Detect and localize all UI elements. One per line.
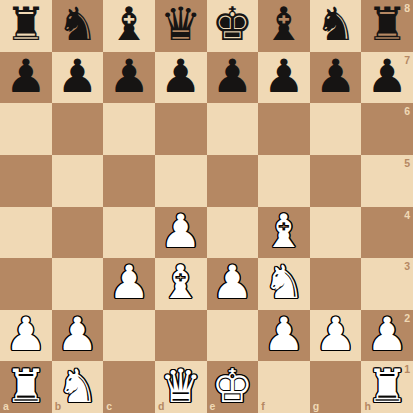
- piece-black-knight-icon[interactable]: ♞: [57, 0, 98, 50]
- rank-label-4: 4: [404, 209, 410, 221]
- piece-black-pawn-icon[interactable]: ♟: [57, 52, 98, 102]
- square-f8[interactable]: ♝: [258, 0, 310, 52]
- square-d3[interactable]: ♝: [155, 258, 207, 310]
- rank-label-3: 3: [404, 260, 410, 272]
- square-a3[interactable]: [0, 258, 52, 310]
- square-h7[interactable]: ♟7: [361, 52, 413, 104]
- square-g5[interactable]: [310, 155, 362, 207]
- piece-black-pawn-icon[interactable]: ♟: [5, 52, 46, 102]
- square-b2[interactable]: ♟: [52, 310, 104, 362]
- piece-white-pawn-icon[interactable]: ♟: [212, 258, 253, 308]
- square-a8[interactable]: ♜: [0, 0, 52, 52]
- square-c7[interactable]: ♟: [103, 52, 155, 104]
- piece-white-pawn-icon[interactable]: ♟: [263, 310, 304, 360]
- piece-black-rook-icon[interactable]: ♜: [5, 0, 46, 50]
- square-e3[interactable]: ♟: [207, 258, 259, 310]
- square-a7[interactable]: ♟: [0, 52, 52, 104]
- square-h6[interactable]: 6: [361, 103, 413, 155]
- square-d8[interactable]: ♛: [155, 0, 207, 52]
- piece-white-knight-icon[interactable]: ♞: [57, 361, 98, 411]
- piece-black-rook-icon[interactable]: ♜: [367, 0, 408, 50]
- piece-black-king-icon[interactable]: ♚: [212, 0, 253, 50]
- piece-white-pawn-icon[interactable]: ♟: [57, 310, 98, 360]
- square-d6[interactable]: [155, 103, 207, 155]
- square-c8[interactable]: ♝: [103, 0, 155, 52]
- square-a6[interactable]: [0, 103, 52, 155]
- square-f2[interactable]: ♟: [258, 310, 310, 362]
- square-b4[interactable]: [52, 207, 104, 259]
- chess-board: ♜♞♝♛♚♝♞♜8♟♟♟♟♟♟♟♟765♟♝4♟♝♟♞3♟♟♟♟♟2♜a♞bc♛…: [0, 0, 413, 413]
- piece-white-pawn-icon[interactable]: ♟: [315, 310, 356, 360]
- square-d7[interactable]: ♟: [155, 52, 207, 104]
- piece-white-rook-icon[interactable]: ♜: [5, 361, 46, 411]
- square-f7[interactable]: ♟: [258, 52, 310, 104]
- square-g1[interactable]: g: [310, 361, 362, 413]
- square-h1[interactable]: ♜1h: [361, 361, 413, 413]
- square-c1[interactable]: c: [103, 361, 155, 413]
- piece-white-pawn-icon[interactable]: ♟: [367, 310, 408, 360]
- square-g7[interactable]: ♟: [310, 52, 362, 104]
- square-e7[interactable]: ♟: [207, 52, 259, 104]
- square-a1[interactable]: ♜a: [0, 361, 52, 413]
- square-d5[interactable]: [155, 155, 207, 207]
- square-e6[interactable]: [207, 103, 259, 155]
- square-b1[interactable]: ♞b: [52, 361, 104, 413]
- piece-white-knight-icon[interactable]: ♞: [263, 258, 304, 308]
- piece-white-bishop-icon[interactable]: ♝: [263, 207, 304, 257]
- square-f5[interactable]: [258, 155, 310, 207]
- piece-black-pawn-icon[interactable]: ♟: [367, 52, 408, 102]
- piece-black-pawn-icon[interactable]: ♟: [315, 52, 356, 102]
- square-a2[interactable]: ♟: [0, 310, 52, 362]
- square-c6[interactable]: [103, 103, 155, 155]
- rank-label-5: 5: [404, 157, 410, 169]
- square-f1[interactable]: f: [258, 361, 310, 413]
- square-b8[interactable]: ♞: [52, 0, 104, 52]
- square-g3[interactable]: [310, 258, 362, 310]
- piece-black-queen-icon[interactable]: ♛: [160, 0, 201, 50]
- piece-white-king-icon[interactable]: ♚: [212, 361, 253, 411]
- piece-white-queen-icon[interactable]: ♛: [160, 361, 201, 411]
- piece-black-bishop-icon[interactable]: ♝: [263, 0, 304, 50]
- square-g8[interactable]: ♞: [310, 0, 362, 52]
- file-label-c: c: [106, 400, 112, 412]
- square-f3[interactable]: ♞: [258, 258, 310, 310]
- piece-black-pawn-icon[interactable]: ♟: [212, 52, 253, 102]
- square-e8[interactable]: ♚: [207, 0, 259, 52]
- file-label-g: g: [313, 400, 319, 412]
- square-c2[interactable]: [103, 310, 155, 362]
- file-label-f: f: [261, 400, 265, 412]
- square-g4[interactable]: [310, 207, 362, 259]
- square-c5[interactable]: [103, 155, 155, 207]
- piece-black-pawn-icon[interactable]: ♟: [263, 52, 304, 102]
- square-e5[interactable]: [207, 155, 259, 207]
- piece-black-knight-icon[interactable]: ♞: [315, 0, 356, 50]
- square-g6[interactable]: [310, 103, 362, 155]
- square-f4[interactable]: ♝: [258, 207, 310, 259]
- square-h2[interactable]: ♟2: [361, 310, 413, 362]
- square-b6[interactable]: [52, 103, 104, 155]
- rank-label-6: 6: [404, 105, 410, 117]
- piece-white-pawn-icon[interactable]: ♟: [108, 258, 149, 308]
- square-e1[interactable]: ♚e: [207, 361, 259, 413]
- square-g2[interactable]: ♟: [310, 310, 362, 362]
- square-d1[interactable]: ♛d: [155, 361, 207, 413]
- square-c4[interactable]: [103, 207, 155, 259]
- square-d4[interactable]: ♟: [155, 207, 207, 259]
- square-e4[interactable]: [207, 207, 259, 259]
- square-a4[interactable]: [0, 207, 52, 259]
- square-h5[interactable]: 5: [361, 155, 413, 207]
- square-e2[interactable]: [207, 310, 259, 362]
- piece-white-pawn-icon[interactable]: ♟: [5, 310, 46, 360]
- square-c3[interactable]: ♟: [103, 258, 155, 310]
- square-d2[interactable]: [155, 310, 207, 362]
- piece-white-bishop-icon[interactable]: ♝: [160, 258, 201, 308]
- square-h3[interactable]: 3: [361, 258, 413, 310]
- square-h8[interactable]: ♜8: [361, 0, 413, 52]
- piece-black-pawn-icon[interactable]: ♟: [108, 52, 149, 102]
- piece-black-bishop-icon[interactable]: ♝: [108, 0, 149, 50]
- square-b7[interactable]: ♟: [52, 52, 104, 104]
- square-f6[interactable]: [258, 103, 310, 155]
- piece-black-pawn-icon[interactable]: ♟: [160, 52, 201, 102]
- square-h4[interactable]: 4: [361, 207, 413, 259]
- square-a5[interactable]: [0, 155, 52, 207]
- piece-white-rook-icon[interactable]: ♜: [367, 361, 408, 411]
- piece-white-pawn-icon[interactable]: ♟: [160, 207, 201, 257]
- square-b3[interactable]: [52, 258, 104, 310]
- square-b5[interactable]: [52, 155, 104, 207]
